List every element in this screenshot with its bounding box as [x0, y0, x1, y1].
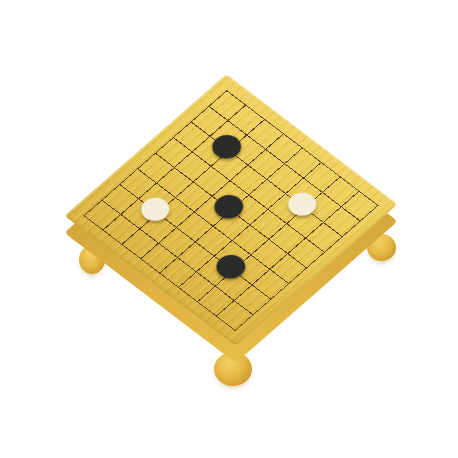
stones-grid: ●●●●●: [66, 74, 397, 344]
board-surface: ●●●●●: [64, 74, 398, 346]
go-board: ●●●●●: [64, 74, 398, 346]
product-photo: ●●●●●: [0, 0, 458, 458]
